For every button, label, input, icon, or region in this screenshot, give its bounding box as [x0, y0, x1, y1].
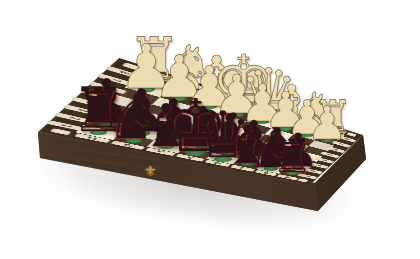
piece-black-rook[interactable]: ♜	[269, 134, 315, 180]
pieces-layer: ♜♞♝♛♚♝♞♜♟♟♟♟♟♟♟♟♟♟♟♟♟♟♟♟♜♞♝♛♚♝♞♜	[0, 0, 420, 259]
chess-set-photo: ⚜ HHGGFFEEDDCCBBAA8877665544332211 ♜♞♝♛♚…	[0, 0, 420, 259]
